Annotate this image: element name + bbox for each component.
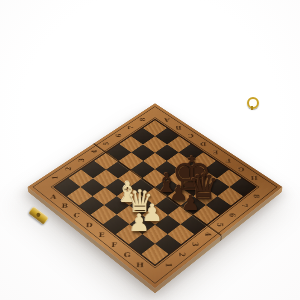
rank-label-right-7-text: 7 [240, 204, 249, 208]
file-label-top-e-text: E [213, 149, 219, 155]
rank-label-left-2-text: 2 [64, 167, 73, 171]
rank-label-right-4-text: 4 [203, 232, 212, 236]
rank-label-right-3-text: 3 [191, 242, 200, 246]
rank-label-left-4-text: 4 [90, 150, 98, 154]
rank-label-right-1-text: 1 [165, 263, 174, 267]
rank-label-left-6-text: 6 [115, 134, 123, 137]
brass-ring-icon [247, 97, 259, 109]
file-label-bottom-h-text: H [137, 262, 145, 269]
rank-label-left-1-text: 1 [51, 176, 60, 180]
file-label-bottom-a-text: A [50, 193, 57, 199]
rank-label-right-8-text: 8 [252, 195, 261, 199]
file-label-top-h-text: H [251, 175, 259, 181]
file-label-top-g-text: G [238, 166, 245, 172]
file-label-top-f-text: F [226, 157, 232, 163]
chess-board: AABBCCDDEEFFGGHH1122334455667788 [28, 103, 283, 288]
board-grid [53, 119, 257, 267]
file-label-bottom-g-text: G [124, 251, 131, 258]
file-label-bottom-c-text: C [74, 212, 81, 218]
rank-label-left-3-text: 3 [77, 159, 86, 163]
rank-label-right-5-text: 5 [216, 223, 225, 227]
rank-label-left-8-text: 8 [139, 118, 147, 121]
fold-seam-edge [221, 235, 222, 241]
product-photo: AABBCCDDEEFFGGHH1122334455667788 ♚♝♛♟♝♟♛… [0, 0, 300, 300]
file-label-top-c-text: C [188, 133, 194, 138]
file-label-bottom-b-text: B [62, 203, 69, 209]
brass-clasp-icon [28, 206, 49, 225]
rank-label-right-6-text: 6 [228, 213, 237, 217]
rank-label-left-7-text: 7 [127, 126, 135, 129]
file-label-top-b-text: B [176, 125, 182, 130]
file-label-bottom-f-text: F [112, 241, 118, 248]
rank-label-left-5-text: 5 [103, 142, 111, 145]
file-label-bottom-e-text: E [99, 231, 105, 238]
rank-label-right-2-text: 2 [178, 253, 187, 257]
file-label-top-a-text: A [164, 117, 170, 122]
file-label-top-d-text: D [200, 141, 207, 147]
file-label-bottom-d-text: D [86, 222, 93, 229]
